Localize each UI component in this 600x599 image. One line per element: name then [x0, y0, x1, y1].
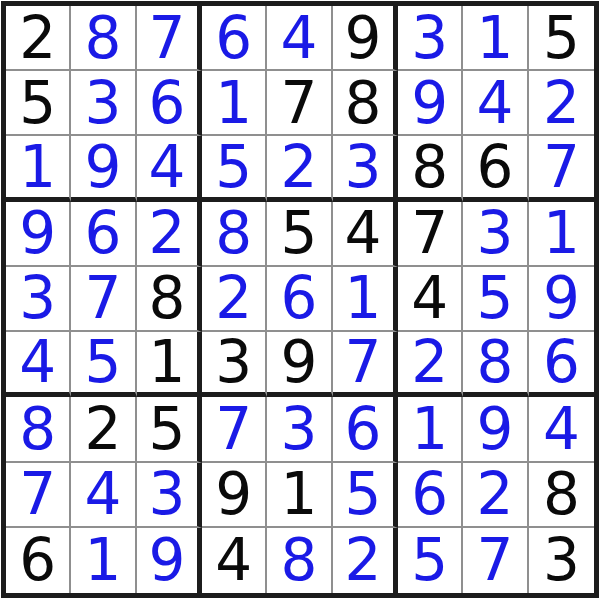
- cell-r1c5[interactable]: 4: [267, 6, 332, 71]
- cell-r7c9[interactable]: 4: [529, 397, 594, 462]
- cell-r7c3[interactable]: 5: [137, 397, 202, 462]
- cell-r6c6[interactable]: 7: [333, 332, 398, 397]
- cell-r4c1[interactable]: 9: [6, 202, 71, 267]
- cell-r3c6[interactable]: 3: [333, 136, 398, 201]
- cell-r4c9[interactable]: 1: [529, 202, 594, 267]
- cell-r7c1[interactable]: 8: [6, 397, 71, 462]
- cell-r5c4[interactable]: 2: [202, 267, 267, 332]
- cell-r9c1[interactable]: 6: [6, 528, 71, 593]
- cell-r9c2[interactable]: 1: [71, 528, 136, 593]
- cell-r1c9[interactable]: 5: [529, 6, 594, 71]
- cell-r3c7[interactable]: 8: [398, 136, 463, 201]
- cell-r7c7[interactable]: 1: [398, 397, 463, 462]
- cell-r8c8[interactable]: 2: [463, 463, 528, 528]
- cell-r3c5[interactable]: 2: [267, 136, 332, 201]
- cell-r5c9[interactable]: 9: [529, 267, 594, 332]
- cell-r4c2[interactable]: 6: [71, 202, 136, 267]
- cell-r2c2[interactable]: 3: [71, 71, 136, 136]
- cell-r8c7[interactable]: 6: [398, 463, 463, 528]
- cell-r2c7[interactable]: 9: [398, 71, 463, 136]
- cell-r3c3[interactable]: 4: [137, 136, 202, 201]
- cell-r4c5[interactable]: 5: [267, 202, 332, 267]
- cell-r3c9[interactable]: 7: [529, 136, 594, 201]
- cell-r9c7[interactable]: 5: [398, 528, 463, 593]
- cell-r6c9[interactable]: 6: [529, 332, 594, 397]
- cell-r8c2[interactable]: 4: [71, 463, 136, 528]
- cell-r9c8[interactable]: 7: [463, 528, 528, 593]
- cell-r1c6[interactable]: 9: [333, 6, 398, 71]
- cell-r1c3[interactable]: 7: [137, 6, 202, 71]
- cell-r8c6[interactable]: 5: [333, 463, 398, 528]
- cell-r1c4[interactable]: 6: [202, 6, 267, 71]
- sudoku-board-wrap: 2876493155361789421945238679628547313782…: [0, 0, 600, 599]
- cell-r9c3[interactable]: 9: [137, 528, 202, 593]
- cell-r4c8[interactable]: 3: [463, 202, 528, 267]
- cell-r2c5[interactable]: 7: [267, 71, 332, 136]
- cell-r6c7[interactable]: 2: [398, 332, 463, 397]
- cell-r9c6[interactable]: 2: [333, 528, 398, 593]
- cell-r2c9[interactable]: 2: [529, 71, 594, 136]
- cell-r7c8[interactable]: 9: [463, 397, 528, 462]
- cell-r9c9[interactable]: 3: [529, 528, 594, 593]
- cell-r2c4[interactable]: 1: [202, 71, 267, 136]
- cell-r7c2[interactable]: 2: [71, 397, 136, 462]
- cell-r8c1[interactable]: 7: [6, 463, 71, 528]
- cell-r8c9[interactable]: 8: [529, 463, 594, 528]
- cell-r2c6[interactable]: 8: [333, 71, 398, 136]
- cell-r8c5[interactable]: 1: [267, 463, 332, 528]
- cell-r4c3[interactable]: 2: [137, 202, 202, 267]
- cell-r6c2[interactable]: 5: [71, 332, 136, 397]
- cell-r3c1[interactable]: 1: [6, 136, 71, 201]
- cell-r9c4[interactable]: 4: [202, 528, 267, 593]
- cell-r5c5[interactable]: 6: [267, 267, 332, 332]
- cell-r7c4[interactable]: 7: [202, 397, 267, 462]
- cell-r3c8[interactable]: 6: [463, 136, 528, 201]
- cell-r5c8[interactable]: 5: [463, 267, 528, 332]
- cell-r9c5[interactable]: 8: [267, 528, 332, 593]
- sudoku-board: 2876493155361789421945238679628547313782…: [1, 1, 599, 598]
- cell-r8c4[interactable]: 9: [202, 463, 267, 528]
- cell-r1c8[interactable]: 1: [463, 6, 528, 71]
- cell-r4c4[interactable]: 8: [202, 202, 267, 267]
- cell-r6c1[interactable]: 4: [6, 332, 71, 397]
- cell-r6c3[interactable]: 1: [137, 332, 202, 397]
- cell-r2c3[interactable]: 6: [137, 71, 202, 136]
- cell-r3c4[interactable]: 5: [202, 136, 267, 201]
- cell-r1c7[interactable]: 3: [398, 6, 463, 71]
- cell-r4c6[interactable]: 4: [333, 202, 398, 267]
- cell-r1c1[interactable]: 2: [6, 6, 71, 71]
- cell-r7c5[interactable]: 3: [267, 397, 332, 462]
- cell-r5c3[interactable]: 8: [137, 267, 202, 332]
- cell-r5c6[interactable]: 1: [333, 267, 398, 332]
- cell-r2c1[interactable]: 5: [6, 71, 71, 136]
- cell-r1c2[interactable]: 8: [71, 6, 136, 71]
- cell-r7c6[interactable]: 6: [333, 397, 398, 462]
- cell-r6c4[interactable]: 3: [202, 332, 267, 397]
- cell-r8c3[interactable]: 3: [137, 463, 202, 528]
- cell-r3c2[interactable]: 9: [71, 136, 136, 201]
- cell-r5c7[interactable]: 4: [398, 267, 463, 332]
- cell-r5c1[interactable]: 3: [6, 267, 71, 332]
- cell-r2c8[interactable]: 4: [463, 71, 528, 136]
- cell-r4c7[interactable]: 7: [398, 202, 463, 267]
- cell-r6c5[interactable]: 9: [267, 332, 332, 397]
- cell-r6c8[interactable]: 8: [463, 332, 528, 397]
- cell-r5c2[interactable]: 7: [71, 267, 136, 332]
